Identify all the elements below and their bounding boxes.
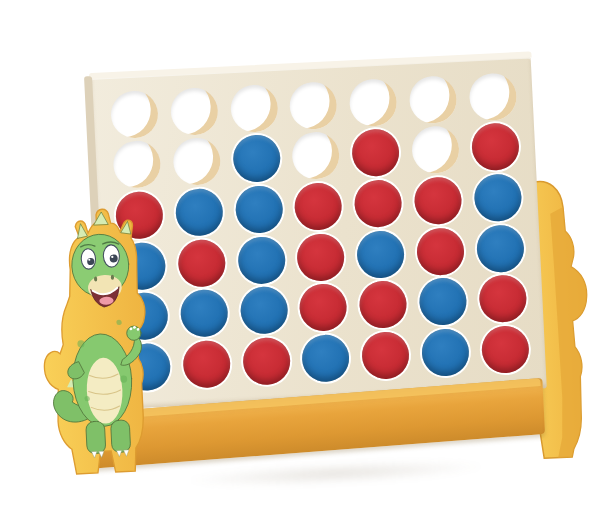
empty-hole [289,81,338,130]
red-disc [413,176,462,225]
connect-four-toy [19,7,581,503]
board-cell-r5c7[interactable] [471,272,533,326]
board-cell-r2c5[interactable] [345,126,407,180]
board-cell-r5c3[interactable] [233,284,295,338]
board-cell-r1c1[interactable] [104,87,166,141]
red-disc [359,280,408,329]
empty-hole [411,126,460,175]
board-cell-r2c4[interactable] [285,129,347,183]
board-cell-r1c6[interactable] [402,73,464,127]
board-cell-r6c7[interactable] [474,323,536,377]
empty-hole [172,137,221,186]
board-cell-r5c4[interactable] [293,281,355,335]
board-cell-r3c7[interactable] [467,171,529,225]
red-disc [361,331,410,380]
board-cell-r4c6[interactable] [409,225,471,279]
left-stand-dinosaur [33,190,168,496]
board-cell-r2c6[interactable] [404,123,466,177]
blue-disc [418,277,467,326]
board-cell-r6c5[interactable] [355,329,417,383]
board-cell-r4c5[interactable] [350,228,412,282]
empty-hole [110,90,159,139]
blue-disc [175,188,224,237]
red-disc [480,325,529,374]
red-disc [242,337,291,386]
board-cell-r4c4[interactable] [290,231,352,285]
board-cell-r6c3[interactable] [235,335,297,389]
red-disc [297,233,346,282]
blue-disc [301,334,350,383]
board-cell-r3c5[interactable] [347,177,409,231]
red-disc [299,283,348,332]
blue-disc [356,230,405,279]
board-cell-r5c2[interactable] [173,287,235,341]
board-cell-r2c1[interactable] [106,138,168,192]
board-cell-r4c7[interactable] [469,222,531,276]
empty-hole [408,75,457,124]
board-cell-r3c3[interactable] [228,183,290,237]
red-disc [354,179,403,228]
board-grid [104,70,536,394]
empty-hole [349,78,398,127]
board-cell-r3c4[interactable] [288,180,350,234]
board-cell-r5c5[interactable] [352,278,414,332]
blue-disc [473,173,522,222]
red-disc [470,123,519,172]
board-cell-r6c4[interactable] [295,332,357,386]
board-cell-r1c2[interactable] [163,85,225,139]
board-cell-r2c7[interactable] [464,121,526,175]
blue-disc [239,286,288,335]
board-cell-r1c3[interactable] [223,82,285,136]
red-disc [351,129,400,178]
blue-disc [234,185,283,234]
red-disc [478,275,527,324]
red-disc [416,227,465,276]
board-cell-r2c3[interactable] [225,132,287,186]
blue-disc [475,224,524,273]
board-cell-r5c6[interactable] [412,275,474,329]
connect-four-toy-photo [0,0,592,518]
empty-hole [229,84,278,133]
empty-hole [113,140,162,189]
board-cell-r4c2[interactable] [171,236,233,290]
blue-disc [237,236,286,285]
board-cell-r6c6[interactable] [414,326,476,380]
red-disc [182,340,231,389]
blue-disc [232,134,281,183]
board-cell-r2c2[interactable] [166,135,228,189]
board-cell-r1c7[interactable] [462,70,524,124]
empty-hole [170,87,219,136]
board-cell-r3c2[interactable] [168,186,230,240]
blue-disc [421,328,470,377]
empty-hole [468,72,517,121]
board-cell-r4c3[interactable] [230,233,292,287]
blue-disc [180,289,229,338]
board-cell-r1c5[interactable] [342,76,404,130]
red-disc [177,239,226,288]
board-cell-r3c6[interactable] [407,174,469,228]
board-cell-r6c2[interactable] [176,338,238,392]
board-cell-r1c4[interactable] [283,79,345,133]
empty-hole [292,131,341,180]
red-disc [294,182,343,231]
